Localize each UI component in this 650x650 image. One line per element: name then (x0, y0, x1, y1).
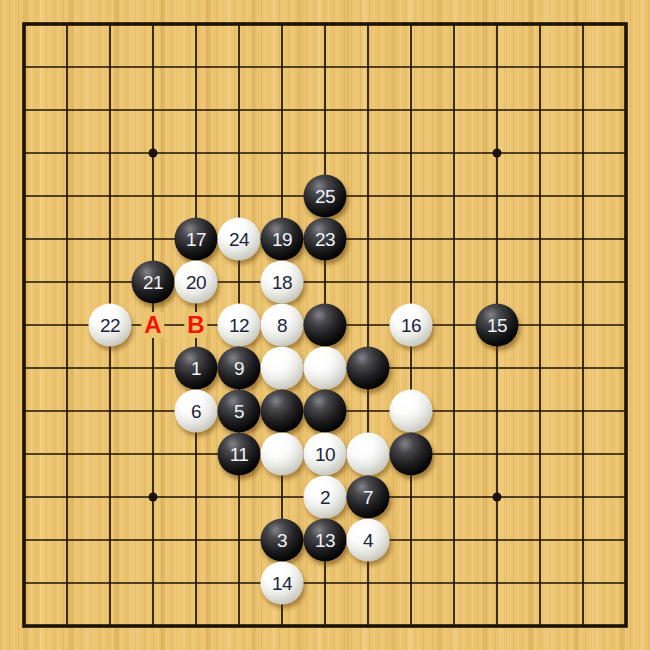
board-cell[interactable] (433, 347, 476, 390)
board-cell[interactable] (218, 46, 261, 89)
black-stone (304, 390, 347, 433)
board-cell[interactable] (261, 175, 304, 218)
stone-move-number: 1 (191, 359, 201, 378)
board-cell[interactable]: B (175, 304, 218, 347)
board-cell[interactable] (562, 433, 605, 476)
board-cell[interactable]: A (132, 304, 175, 347)
board-cell[interactable] (304, 46, 347, 89)
board-cell[interactable] (390, 562, 433, 605)
board-cell[interactable] (433, 476, 476, 519)
board-cell[interactable] (261, 3, 304, 46)
board-cell[interactable]: 25 (304, 175, 347, 218)
board-cell[interactable] (433, 175, 476, 218)
white-stone: 2 (304, 476, 347, 519)
board-cell[interactable] (433, 132, 476, 175)
stone-move-number: 19 (272, 230, 292, 249)
board-cell[interactable] (89, 261, 132, 304)
board-cell[interactable] (89, 605, 132, 648)
board-cell[interactable] (3, 46, 46, 89)
board-cell[interactable] (46, 605, 89, 648)
board-cell[interactable] (3, 347, 46, 390)
board-cell[interactable] (476, 519, 519, 562)
board-cell[interactable] (519, 304, 562, 347)
board-cell[interactable] (562, 562, 605, 605)
board-cell[interactable] (519, 347, 562, 390)
stone-move-number: 15 (487, 316, 507, 335)
board-cell[interactable] (46, 261, 89, 304)
board-cell[interactable] (89, 390, 132, 433)
board-cell[interactable] (89, 476, 132, 519)
board-cell[interactable] (605, 89, 648, 132)
board-cell[interactable] (519, 519, 562, 562)
board-cell[interactable] (132, 175, 175, 218)
board-cell[interactable] (519, 175, 562, 218)
board-cell[interactable] (347, 433, 390, 476)
board-cell[interactable] (476, 261, 519, 304)
board-cell[interactable] (562, 304, 605, 347)
board-cell[interactable] (175, 433, 218, 476)
board-cell[interactable] (433, 390, 476, 433)
board-cell[interactable] (132, 476, 175, 519)
board-cell[interactable] (3, 390, 46, 433)
board-cell[interactable] (605, 390, 648, 433)
white-stone: 24 (218, 218, 261, 261)
white-stone: 14 (261, 562, 304, 605)
stone-move-number: 5 (234, 402, 244, 421)
stone-move-number: 16 (401, 316, 421, 335)
board-cell[interactable] (304, 89, 347, 132)
board-cell[interactable] (261, 390, 304, 433)
board-cell[interactable] (304, 605, 347, 648)
board-cell[interactable] (476, 218, 519, 261)
board-cell[interactable] (132, 433, 175, 476)
board-cell[interactable] (261, 347, 304, 390)
board-cell[interactable] (218, 476, 261, 519)
board-cell[interactable] (605, 218, 648, 261)
board-cell[interactable] (89, 89, 132, 132)
board-cell[interactable]: 2 (304, 476, 347, 519)
board-cell[interactable] (261, 132, 304, 175)
board-cell[interactable] (89, 175, 132, 218)
board-cell[interactable] (562, 390, 605, 433)
board-cell[interactable]: 6 (175, 390, 218, 433)
board-cell[interactable] (605, 304, 648, 347)
board-cell[interactable] (175, 132, 218, 175)
board-cell[interactable] (390, 89, 433, 132)
board-cell[interactable] (3, 89, 46, 132)
black-stone: 25 (304, 175, 347, 218)
white-stone (390, 390, 433, 433)
board-cell[interactable] (46, 175, 89, 218)
board-cell[interactable] (519, 433, 562, 476)
point-letter-mark[interactable]: B (184, 312, 207, 338)
board-cell[interactable] (390, 476, 433, 519)
board-cell[interactable] (347, 261, 390, 304)
board-cell[interactable]: 7 (347, 476, 390, 519)
board-cell[interactable] (519, 562, 562, 605)
board-cell[interactable] (476, 3, 519, 46)
board-cell[interactable] (3, 476, 46, 519)
board-cell[interactable] (347, 175, 390, 218)
board-cell[interactable] (605, 46, 648, 89)
board-cell[interactable] (347, 132, 390, 175)
black-stone: 9 (218, 347, 261, 390)
board-cell[interactable] (46, 562, 89, 605)
board-cell[interactable]: 21 (132, 261, 175, 304)
board-cell[interactable] (605, 261, 648, 304)
board-cell[interactable] (562, 46, 605, 89)
board-cell[interactable] (390, 519, 433, 562)
stone-move-number: 12 (229, 316, 249, 335)
board-cell[interactable] (46, 46, 89, 89)
go-board: 251724192321201822AB12816151965111027313… (0, 0, 650, 650)
board-cell[interactable] (3, 433, 46, 476)
board-cell[interactable] (433, 519, 476, 562)
board-cell[interactable] (3, 132, 46, 175)
board-cell[interactable] (476, 132, 519, 175)
board-cell[interactable]: 3 (261, 519, 304, 562)
stone-move-number: 6 (191, 402, 201, 421)
board-cell[interactable] (3, 3, 46, 46)
board-cell[interactable] (304, 347, 347, 390)
board-cell[interactable] (218, 605, 261, 648)
board-cell[interactable] (3, 519, 46, 562)
board-cell[interactable] (132, 390, 175, 433)
board-cell[interactable] (46, 89, 89, 132)
black-stone: 17 (175, 218, 218, 261)
black-stone: 19 (261, 218, 304, 261)
board-cell[interactable] (433, 605, 476, 648)
board-cell[interactable] (175, 476, 218, 519)
board-cell[interactable]: 5 (218, 390, 261, 433)
board-cell[interactable] (3, 304, 46, 347)
stone-move-number: 23 (315, 230, 335, 249)
stone-move-number: 17 (186, 230, 206, 249)
board-cell[interactable] (519, 261, 562, 304)
board-cell[interactable]: 16 (390, 304, 433, 347)
board-cell[interactable] (89, 218, 132, 261)
stone-move-number: 2 (320, 488, 330, 507)
board-cell[interactable] (476, 175, 519, 218)
stone-move-number: 18 (272, 273, 292, 292)
board-cell[interactable] (390, 433, 433, 476)
board-cell[interactable] (433, 261, 476, 304)
board-cell[interactable]: 4 (347, 519, 390, 562)
board-cell[interactable] (261, 433, 304, 476)
board-cell[interactable] (433, 304, 476, 347)
board-cell[interactable] (390, 132, 433, 175)
board-cell[interactable] (347, 3, 390, 46)
stone-move-number: 9 (234, 359, 244, 378)
stone-move-number: 24 (229, 230, 249, 249)
board-cell[interactable] (132, 347, 175, 390)
board-cell[interactable] (218, 132, 261, 175)
board-cell[interactable] (562, 605, 605, 648)
board-cell[interactable] (562, 89, 605, 132)
white-stone: 4 (347, 519, 390, 562)
board-cell[interactable] (433, 433, 476, 476)
board-cell[interactable] (218, 261, 261, 304)
board-cell[interactable] (433, 46, 476, 89)
board-cell[interactable]: 12 (218, 304, 261, 347)
stone-move-number: 8 (277, 316, 287, 335)
board-cell[interactable] (390, 218, 433, 261)
board-cell[interactable] (132, 3, 175, 46)
board-cell[interactable] (46, 3, 89, 46)
board-cell[interactable] (218, 519, 261, 562)
board-cell[interactable] (3, 218, 46, 261)
board-cell[interactable] (519, 46, 562, 89)
board-cell[interactable] (89, 3, 132, 46)
black-stone: 1 (175, 347, 218, 390)
board-cell[interactable] (347, 347, 390, 390)
board-cell[interactable] (3, 605, 46, 648)
stone-move-number: 13 (315, 531, 335, 550)
white-stone (304, 347, 347, 390)
board-cell[interactable] (562, 132, 605, 175)
board-cell[interactable] (476, 476, 519, 519)
board-cell[interactable] (519, 605, 562, 648)
board-cell[interactable]: 20 (175, 261, 218, 304)
board-cell[interactable]: 18 (261, 261, 304, 304)
white-stone: 6 (175, 390, 218, 433)
board-cell[interactable] (605, 476, 648, 519)
board-cell[interactable] (89, 562, 132, 605)
board-cell[interactable] (304, 3, 347, 46)
white-stone: 18 (261, 261, 304, 304)
board-cell[interactable] (390, 175, 433, 218)
board-cell[interactable] (132, 46, 175, 89)
white-stone (261, 347, 304, 390)
board-cell[interactable] (476, 605, 519, 648)
board-cell[interactable] (175, 89, 218, 132)
board-cell[interactable] (46, 218, 89, 261)
board-cell[interactable] (3, 261, 46, 304)
stone-move-number: 20 (186, 273, 206, 292)
board-cell[interactable] (304, 562, 347, 605)
black-stone: 15 (476, 304, 519, 347)
black-stone (304, 304, 347, 347)
board-cell[interactable] (3, 175, 46, 218)
black-stone: 5 (218, 390, 261, 433)
board-cell[interactable] (132, 519, 175, 562)
board-cell[interactable] (476, 562, 519, 605)
board-cell[interactable] (605, 519, 648, 562)
black-stone: 23 (304, 218, 347, 261)
white-stone (347, 433, 390, 476)
board-cell[interactable] (304, 304, 347, 347)
board-cell[interactable] (132, 132, 175, 175)
board-cell[interactable] (390, 261, 433, 304)
board-cell[interactable] (605, 175, 648, 218)
board-cell[interactable]: 24 (218, 218, 261, 261)
board-cell[interactable] (304, 132, 347, 175)
black-stone: 11 (218, 433, 261, 476)
board-cell[interactable] (562, 261, 605, 304)
board-cell[interactable] (476, 390, 519, 433)
board-cell[interactable] (605, 3, 648, 46)
stone-move-number: 7 (363, 488, 373, 507)
board-cell[interactable] (433, 89, 476, 132)
board-cell[interactable] (175, 3, 218, 46)
board-cell[interactable] (605, 562, 648, 605)
point-letter-mark[interactable]: A (141, 312, 164, 338)
board-cell[interactable] (175, 562, 218, 605)
black-stone: 21 (132, 261, 175, 304)
black-stone: 3 (261, 519, 304, 562)
board-cell[interactable] (562, 218, 605, 261)
board-cell[interactable]: 10 (304, 433, 347, 476)
board-cell[interactable] (89, 519, 132, 562)
board-cell[interactable] (390, 605, 433, 648)
black-stone: 13 (304, 519, 347, 562)
board-cell[interactable] (46, 433, 89, 476)
board-cell[interactable] (390, 347, 433, 390)
board-cell[interactable] (175, 46, 218, 89)
board-cell[interactable] (347, 218, 390, 261)
board-cell[interactable] (347, 562, 390, 605)
board-cell[interactable] (562, 519, 605, 562)
black-stone (347, 347, 390, 390)
white-stone: 16 (390, 304, 433, 347)
board-cell[interactable] (304, 390, 347, 433)
board-cell[interactable] (218, 89, 261, 132)
board-cell[interactable] (519, 132, 562, 175)
board-cell[interactable] (46, 390, 89, 433)
board-cell[interactable] (175, 519, 218, 562)
board-cell[interactable] (605, 605, 648, 648)
board-cell[interactable] (261, 476, 304, 519)
board-cell[interactable] (519, 3, 562, 46)
board-cell[interactable] (519, 218, 562, 261)
stone-move-number: 3 (277, 531, 287, 550)
board-cell[interactable]: 8 (261, 304, 304, 347)
board-cell[interactable] (562, 347, 605, 390)
black-stone (390, 433, 433, 476)
board-cell[interactable] (46, 304, 89, 347)
board-cell[interactable] (562, 3, 605, 46)
board-cell[interactable]: 14 (261, 562, 304, 605)
stone-move-number: 14 (272, 574, 292, 593)
stone-move-number: 10 (315, 445, 335, 464)
board-cell[interactable] (89, 46, 132, 89)
stone-move-number: 25 (315, 187, 335, 206)
board-cell[interactable] (218, 175, 261, 218)
white-stone: 10 (304, 433, 347, 476)
board-cell[interactable] (562, 476, 605, 519)
board-cell[interactable] (261, 46, 304, 89)
board-cell[interactable] (605, 347, 648, 390)
board-cell[interactable] (476, 433, 519, 476)
white-stone: 20 (175, 261, 218, 304)
board-cell[interactable] (46, 476, 89, 519)
board-cell[interactable] (132, 218, 175, 261)
board-cell[interactable]: 17 (175, 218, 218, 261)
board-cell[interactable] (562, 175, 605, 218)
board-cell[interactable] (261, 605, 304, 648)
board-cell[interactable] (89, 347, 132, 390)
board-cell[interactable] (347, 605, 390, 648)
stone-move-number: 11 (230, 445, 249, 464)
board-cell[interactable] (175, 175, 218, 218)
board-cell[interactable] (347, 304, 390, 347)
white-stone: 22 (89, 304, 132, 347)
board-cell[interactable]: 11 (218, 433, 261, 476)
board-cell[interactable] (390, 390, 433, 433)
board-cell[interactable] (347, 46, 390, 89)
board-cell[interactable] (89, 132, 132, 175)
black-stone: 7 (347, 476, 390, 519)
board-cell[interactable]: 15 (476, 304, 519, 347)
board-cell[interactable] (46, 519, 89, 562)
board-cell[interactable] (46, 347, 89, 390)
board-cell[interactable] (390, 46, 433, 89)
board-cell[interactable]: 1 (175, 347, 218, 390)
board-cell[interactable] (476, 347, 519, 390)
board-cell[interactable]: 19 (261, 218, 304, 261)
board-cell[interactable] (261, 89, 304, 132)
board-cell[interactable] (476, 89, 519, 132)
white-stone: 12 (218, 304, 261, 347)
board-cell[interactable] (519, 390, 562, 433)
board-cell[interactable] (605, 132, 648, 175)
board-cell[interactable] (89, 433, 132, 476)
board-cell[interactable] (218, 562, 261, 605)
white-stone (261, 433, 304, 476)
white-stone: 8 (261, 304, 304, 347)
board-cell[interactable] (433, 218, 476, 261)
board-cell[interactable] (519, 476, 562, 519)
board-cell[interactable]: 22 (89, 304, 132, 347)
stone-move-number: 4 (363, 531, 373, 550)
board-cell[interactable] (433, 3, 476, 46)
board-cell[interactable] (476, 46, 519, 89)
board-cell[interactable]: 23 (304, 218, 347, 261)
stone-move-number: 22 (100, 316, 120, 335)
board-cell[interactable] (390, 3, 433, 46)
board-cell[interactable] (132, 605, 175, 648)
board-cell[interactable] (519, 89, 562, 132)
board-cell[interactable]: 13 (304, 519, 347, 562)
board-cell[interactable] (3, 562, 46, 605)
board-cell[interactable] (605, 433, 648, 476)
stone-move-number: 21 (143, 273, 163, 292)
board-cell[interactable] (304, 261, 347, 304)
board-cell[interactable] (347, 390, 390, 433)
board-intersections: 251724192321201822AB12816151965111027313… (3, 3, 648, 648)
board-cell[interactable]: 9 (218, 347, 261, 390)
board-cell[interactable] (132, 89, 175, 132)
board-cell[interactable] (175, 605, 218, 648)
board-cell[interactable] (132, 562, 175, 605)
black-stone (261, 390, 304, 433)
board-cell[interactable] (347, 89, 390, 132)
board-cell[interactable] (433, 562, 476, 605)
board-cell[interactable] (218, 3, 261, 46)
board-cell[interactable] (46, 132, 89, 175)
